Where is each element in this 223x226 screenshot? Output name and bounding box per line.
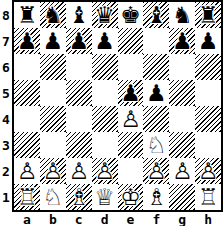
- black-knight-glyph: ♞: [169, 2, 195, 28]
- square-a5[interactable]: [14, 80, 40, 106]
- white-pawn[interactable]: ♟♙: [169, 158, 195, 184]
- square-e7[interactable]: [118, 28, 144, 54]
- square-b2[interactable]: ♟♙: [40, 158, 66, 184]
- white-pawn[interactable]: ♟♙: [118, 106, 144, 132]
- black-pawn[interactable]: ♟: [66, 28, 92, 54]
- white-pawn[interactable]: ♟♙: [143, 158, 169, 184]
- black-pawn[interactable]: ♟: [143, 80, 169, 106]
- black-pawn-glyph: ♟: [143, 80, 169, 106]
- square-a6[interactable]: [14, 54, 40, 80]
- black-pawn[interactable]: ♟: [118, 80, 144, 106]
- black-pawn-glyph: ♟: [14, 28, 40, 54]
- square-d1[interactable]: ♛♕: [92, 184, 118, 210]
- black-pawn-glyph: ♟: [66, 28, 92, 54]
- white-pawn-glyph: ♙: [195, 158, 221, 184]
- black-pawn-glyph: ♟: [40, 28, 66, 54]
- square-h4[interactable]: [195, 106, 221, 132]
- rank-label-2: 2: [0, 158, 12, 184]
- black-pawn[interactable]: ♟: [92, 28, 118, 54]
- chess-diagram: 87654321 ♜♞♝♛♚♝♞♜♟♟♟♟♟♟♟♟♟♙♞♘♟♙♟♙♟♙♟♙♟♙♟…: [0, 0, 223, 226]
- square-h6[interactable]: [195, 54, 221, 80]
- white-rook-glyph: ♖: [195, 184, 221, 210]
- square-f5[interactable]: ♟: [143, 80, 169, 106]
- square-c1[interactable]: ♝♗: [66, 184, 92, 210]
- square-h7[interactable]: ♟: [195, 28, 221, 54]
- square-g7[interactable]: ♟: [169, 28, 195, 54]
- rank-label-8: 8: [0, 2, 12, 28]
- square-b5[interactable]: [40, 80, 66, 106]
- white-pawn-glyph: ♙: [169, 158, 195, 184]
- square-b6[interactable]: [40, 54, 66, 80]
- white-rook-glyph: ♖: [14, 184, 40, 210]
- white-queen[interactable]: ♛♕: [92, 184, 118, 210]
- white-queen-glyph: ♕: [92, 184, 118, 210]
- rank-label-7: 7: [0, 28, 12, 54]
- black-pawn-glyph: ♟: [195, 28, 221, 54]
- white-knight-glyph: ♘: [143, 132, 169, 158]
- square-f6[interactable]: [143, 54, 169, 80]
- black-pawn[interactable]: ♟: [40, 28, 66, 54]
- black-knight[interactable]: ♞: [169, 2, 195, 28]
- square-a3[interactable]: [14, 132, 40, 158]
- square-d4[interactable]: [92, 106, 118, 132]
- square-b3[interactable]: [40, 132, 66, 158]
- white-bishop[interactable]: ♝♗: [66, 184, 92, 210]
- square-e1[interactable]: ♚♔: [118, 184, 144, 210]
- square-b4[interactable]: [40, 106, 66, 132]
- white-rook[interactable]: ♜♖: [14, 184, 40, 210]
- square-h5[interactable]: [195, 80, 221, 106]
- square-e2[interactable]: [118, 158, 144, 184]
- black-rook-glyph: ♜: [195, 2, 221, 28]
- black-bishop[interactable]: ♝: [66, 2, 92, 28]
- square-e3[interactable]: [118, 132, 144, 158]
- black-rook[interactable]: ♜: [14, 2, 40, 28]
- square-e8[interactable]: ♚: [118, 2, 144, 28]
- black-rook-glyph: ♜: [14, 2, 40, 28]
- square-g8[interactable]: ♞: [169, 2, 195, 28]
- white-king-glyph: ♔: [118, 184, 144, 210]
- square-f7[interactable]: [143, 28, 169, 54]
- square-d7[interactable]: ♟: [92, 28, 118, 54]
- black-knight-glyph: ♞: [40, 2, 66, 28]
- white-pawn-glyph: ♙: [40, 158, 66, 184]
- file-label-f: f: [143, 212, 169, 226]
- black-pawn[interactable]: ♟: [195, 28, 221, 54]
- file-label-d: d: [92, 212, 118, 226]
- square-a1[interactable]: ♜♖: [14, 184, 40, 210]
- square-f2[interactable]: ♟♙: [143, 158, 169, 184]
- file-label-a: a: [14, 212, 40, 226]
- black-bishop-glyph: ♝: [143, 2, 169, 28]
- file-label-c: c: [66, 212, 92, 226]
- square-f3[interactable]: ♞♘: [143, 132, 169, 158]
- square-h1[interactable]: ♜♖: [195, 184, 221, 210]
- white-knight-glyph: ♘: [40, 184, 66, 210]
- black-pawn[interactable]: ♟: [14, 28, 40, 54]
- square-b7[interactable]: ♟: [40, 28, 66, 54]
- white-knight[interactable]: ♞♘: [40, 184, 66, 210]
- white-pawn[interactable]: ♟♙: [66, 158, 92, 184]
- square-f8[interactable]: ♝: [143, 2, 169, 28]
- square-c5[interactable]: [66, 80, 92, 106]
- square-c3[interactable]: [66, 132, 92, 158]
- square-d6[interactable]: [92, 54, 118, 80]
- square-h3[interactable]: [195, 132, 221, 158]
- white-pawn-glyph: ♙: [118, 106, 144, 132]
- black-pawn-glyph: ♟: [169, 28, 195, 54]
- square-b8[interactable]: ♞: [40, 2, 66, 28]
- square-a4[interactable]: [14, 106, 40, 132]
- white-bishop[interactable]: ♝♗: [143, 184, 169, 210]
- chess-board[interactable]: ♜♞♝♛♚♝♞♜♟♟♟♟♟♟♟♟♟♙♞♘♟♙♟♙♟♙♟♙♟♙♟♙♟♙♜♖♞♘♝♗…: [12, 0, 223, 212]
- black-bishop-glyph: ♝: [66, 2, 92, 28]
- rank-label-6: 6: [0, 54, 12, 80]
- square-h2[interactable]: ♟♙: [195, 158, 221, 184]
- file-label-e: e: [118, 212, 144, 226]
- white-rook[interactable]: ♜♖: [195, 184, 221, 210]
- square-d8[interactable]: ♛: [92, 2, 118, 28]
- square-g6[interactable]: [169, 54, 195, 80]
- square-f1[interactable]: ♝♗: [143, 184, 169, 210]
- black-king-glyph: ♚: [118, 2, 144, 28]
- black-king[interactable]: ♚: [118, 2, 144, 28]
- square-f4[interactable]: [143, 106, 169, 132]
- file-label-h: h: [195, 212, 221, 226]
- square-a2[interactable]: ♟♙: [14, 158, 40, 184]
- black-pawn[interactable]: ♟: [169, 28, 195, 54]
- black-rook[interactable]: ♜: [195, 2, 221, 28]
- white-pawn[interactable]: ♟♙: [40, 158, 66, 184]
- rank-label-3: 3: [0, 132, 12, 158]
- square-d2[interactable]: ♟♙: [92, 158, 118, 184]
- black-queen-glyph: ♛: [92, 2, 118, 28]
- square-g3[interactable]: [169, 132, 195, 158]
- square-a7[interactable]: ♟: [14, 28, 40, 54]
- square-c4[interactable]: [66, 106, 92, 132]
- square-d5[interactable]: [92, 80, 118, 106]
- black-pawn-glyph: ♟: [92, 28, 118, 54]
- black-knight[interactable]: ♞: [40, 2, 66, 28]
- white-king[interactable]: ♚♔: [118, 184, 144, 210]
- square-d3[interactable]: [92, 132, 118, 158]
- square-g2[interactable]: ♟♙: [169, 158, 195, 184]
- square-b1[interactable]: ♞♘: [40, 184, 66, 210]
- white-pawn-glyph: ♙: [92, 158, 118, 184]
- rank-label-4: 4: [0, 106, 12, 132]
- white-bishop-glyph: ♗: [66, 184, 92, 210]
- file-label-b: b: [40, 212, 66, 226]
- rank-label-1: 1: [0, 184, 12, 210]
- file-labels: abcdefgh: [14, 212, 221, 226]
- file-label-g: g: [169, 212, 195, 226]
- square-c7[interactable]: ♟: [66, 28, 92, 54]
- white-pawn-glyph: ♙: [14, 158, 40, 184]
- square-g1[interactable]: [169, 184, 195, 210]
- square-c8[interactable]: ♝: [66, 2, 92, 28]
- black-queen[interactable]: ♛: [92, 2, 118, 28]
- white-pawn-glyph: ♙: [66, 158, 92, 184]
- square-c6[interactable]: [66, 54, 92, 80]
- square-e4[interactable]: ♟♙: [118, 106, 144, 132]
- square-h8[interactable]: ♜: [195, 2, 221, 28]
- square-e6[interactable]: [118, 54, 144, 80]
- white-pawn[interactable]: ♟♙: [92, 158, 118, 184]
- rank-label-5: 5: [0, 80, 12, 106]
- rank-labels: 87654321: [0, 2, 12, 210]
- white-knight[interactable]: ♞♘: [143, 132, 169, 158]
- square-a8[interactable]: ♜: [14, 2, 40, 28]
- white-pawn[interactable]: ♟♙: [14, 158, 40, 184]
- square-e5[interactable]: ♟: [118, 80, 144, 106]
- white-bishop-glyph: ♗: [143, 184, 169, 210]
- white-pawn-glyph: ♙: [143, 158, 169, 184]
- square-c2[interactable]: ♟♙: [66, 158, 92, 184]
- black-bishop[interactable]: ♝: [143, 2, 169, 28]
- square-g5[interactable]: [169, 80, 195, 106]
- black-pawn-glyph: ♟: [118, 80, 144, 106]
- square-g4[interactable]: [169, 106, 195, 132]
- white-pawn[interactable]: ♟♙: [195, 158, 221, 184]
